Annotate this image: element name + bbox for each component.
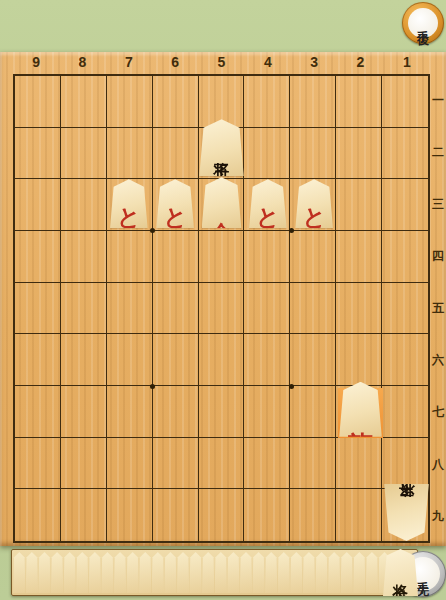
tray-piece-label: 歩兵 xyxy=(152,592,163,593)
board-square[interactable] xyxy=(61,76,107,128)
rank-label: 二 xyxy=(430,126,446,178)
rank-label: 一 xyxy=(430,74,446,126)
tray-piece[interactable]: 香車 xyxy=(202,552,215,593)
tray-piece[interactable]: 歩兵 xyxy=(139,552,152,593)
tray-piece-label: 角行 xyxy=(367,592,378,593)
tray-piece[interactable]: 桂馬 xyxy=(252,552,265,593)
tray-piece[interactable]: 銀将 xyxy=(290,552,303,593)
piece-kanji: 王将 xyxy=(214,145,230,151)
file-label: 2 xyxy=(337,54,383,74)
tray-piece[interactable]: 歩兵 xyxy=(51,552,64,593)
board-square[interactable] xyxy=(61,128,107,180)
piece-kanji: 玉将 xyxy=(399,510,415,516)
board-square[interactable] xyxy=(382,334,428,386)
board-square[interactable] xyxy=(153,128,199,180)
board-square[interactable] xyxy=(107,334,153,386)
board-square[interactable] xyxy=(336,283,382,335)
piece-kanji: と xyxy=(256,190,279,218)
tray-piece-label: 銀将 xyxy=(291,592,302,593)
board-square[interactable] xyxy=(199,283,245,335)
board-square[interactable] xyxy=(244,489,290,541)
piece-3三[interactable]: と xyxy=(295,179,333,228)
rank-label: 八 xyxy=(430,439,446,491)
board-square[interactable] xyxy=(244,334,290,386)
board-square[interactable] xyxy=(15,76,61,128)
tray-piece-label: 香車 xyxy=(228,592,239,593)
piece-kanji: 龍 xyxy=(347,408,374,410)
tray-piece-label: 香車 xyxy=(190,592,201,593)
star-point xyxy=(150,228,155,233)
board-square[interactable] xyxy=(199,231,245,283)
tray-piece[interactable]: 歩兵 xyxy=(177,552,190,593)
rank-label: 九 xyxy=(430,491,446,543)
tray-piece[interactable]: 金将 xyxy=(353,552,366,593)
tray-piece-label: 歩兵 xyxy=(39,592,50,593)
tray-piece[interactable]: 歩兵 xyxy=(101,552,114,593)
board-square[interactable] xyxy=(290,283,336,335)
piece-tray[interactable]: 歩兵歩兵歩兵歩兵歩兵歩兵歩兵歩兵歩兵歩兵歩兵歩兵歩兵歩兵香車香車香車香車桂馬桂馬… xyxy=(11,549,418,596)
board-square[interactable] xyxy=(382,231,428,283)
board-square[interactable] xyxy=(290,386,336,438)
tray-piece-label: 金将 xyxy=(329,592,340,593)
board-square[interactable] xyxy=(290,489,336,541)
piece-2七[interactable]: 龍 xyxy=(339,382,382,437)
board-square[interactable] xyxy=(107,231,153,283)
file-label: 4 xyxy=(245,54,291,74)
board-square[interactable] xyxy=(382,283,428,335)
board-square[interactable] xyxy=(153,283,199,335)
board-square[interactable] xyxy=(382,386,428,438)
file-label: 9 xyxy=(13,54,59,74)
tray-piece-label: 歩兵 xyxy=(52,592,63,593)
piece-5三[interactable]: 全 xyxy=(202,177,242,228)
rank-label: 五 xyxy=(430,282,446,334)
board-square[interactable] xyxy=(61,231,107,283)
board-square[interactable] xyxy=(107,283,153,335)
tray-piece-label: 歩兵 xyxy=(64,592,75,593)
board-square[interactable] xyxy=(290,76,336,128)
board-square[interactable] xyxy=(107,438,153,490)
board-square[interactable] xyxy=(15,489,61,541)
tray-piece[interactable]: 桂馬 xyxy=(277,552,290,593)
tray-piece[interactable]: 歩兵 xyxy=(89,552,102,593)
board-square[interactable] xyxy=(336,76,382,128)
piece-kanji: と xyxy=(303,190,326,218)
tray-piece[interactable]: 歩兵 xyxy=(114,552,127,593)
piece-kanji: と xyxy=(164,190,187,218)
board-square[interactable] xyxy=(336,438,382,490)
tray-piece-label: 金将 xyxy=(354,592,365,593)
board-square[interactable] xyxy=(107,128,153,180)
tray-piece[interactable]: 歩兵 xyxy=(152,552,165,593)
board-square[interactable] xyxy=(15,179,61,231)
tray-piece[interactable]: 香車 xyxy=(227,552,240,593)
board-square[interactable] xyxy=(382,128,428,180)
board-square[interactable] xyxy=(290,231,336,283)
tray-piece[interactable]: 香車 xyxy=(189,552,202,593)
tray-piece-label: 歩兵 xyxy=(115,592,126,593)
board-square[interactable] xyxy=(290,438,336,490)
board-square[interactable] xyxy=(382,438,428,490)
board-square[interactable] xyxy=(199,489,245,541)
board-square[interactable] xyxy=(290,334,336,386)
tray-piece-label: 歩兵 xyxy=(140,592,151,593)
board-square[interactable] xyxy=(244,76,290,128)
board-square[interactable] xyxy=(199,386,245,438)
tray-piece-label: 歩兵 xyxy=(127,592,138,593)
piece-6三[interactable]: と xyxy=(156,179,194,228)
tray-piece-label: 金将 xyxy=(393,571,408,575)
board-square[interactable] xyxy=(244,283,290,335)
piece-kanji: 全 xyxy=(211,202,233,204)
tray-piece[interactable]: 銀将 xyxy=(303,552,316,593)
board-square[interactable] xyxy=(336,179,382,231)
board-square[interactable] xyxy=(382,76,428,128)
board-square[interactable] xyxy=(15,231,61,283)
tray-piece-label: 香車 xyxy=(215,592,226,593)
board-square[interactable] xyxy=(336,334,382,386)
board-square[interactable] xyxy=(15,334,61,386)
board-square[interactable] xyxy=(15,128,61,180)
board-square[interactable] xyxy=(107,386,153,438)
board-square[interactable] xyxy=(244,386,290,438)
tray-piece[interactable]: 金将 xyxy=(328,552,341,593)
file-label: 5 xyxy=(198,54,244,74)
board-square[interactable] xyxy=(107,76,153,128)
board-square[interactable] xyxy=(61,179,107,231)
file-label: 7 xyxy=(106,54,152,74)
board-square[interactable] xyxy=(290,128,336,180)
piece-kanji: と xyxy=(117,190,140,218)
star-point xyxy=(289,384,294,389)
tray-piece-label: 歩兵 xyxy=(102,592,113,593)
tray-piece-label: 桂馬 xyxy=(253,592,264,593)
board-square[interactable] xyxy=(153,438,199,490)
piece-4三[interactable]: と xyxy=(249,179,287,228)
tray-piece-label: 歩兵 xyxy=(77,592,88,593)
tray-piece[interactable]: 歩兵 xyxy=(164,552,177,593)
tray-piece-label: 歩兵 xyxy=(90,592,101,593)
board-square[interactable] xyxy=(61,438,107,490)
file-label: 1 xyxy=(384,54,430,74)
board-square[interactable] xyxy=(336,489,382,541)
board-square[interactable] xyxy=(61,283,107,335)
piece-1九[interactable]: 玉将 xyxy=(384,484,429,541)
tray-piece[interactable]: 歩兵 xyxy=(38,552,51,593)
rank-labels: 一二三四五六七八九 xyxy=(430,74,446,543)
file-label: 3 xyxy=(291,54,337,74)
tray-piece[interactable]: 銀将 xyxy=(315,552,328,593)
board-square[interactable] xyxy=(244,438,290,490)
board-square[interactable] xyxy=(153,334,199,386)
tray-piece-label: 歩兵 xyxy=(178,592,189,593)
tray-piece[interactable]: 歩兵 xyxy=(76,552,89,593)
file-label: 8 xyxy=(59,54,105,74)
board-square[interactable] xyxy=(153,386,199,438)
board-square[interactable] xyxy=(199,334,245,386)
star-point xyxy=(289,228,294,233)
tray-piece[interactable]: 金将 xyxy=(340,552,353,593)
gote-badge: 後手 xyxy=(402,2,444,44)
board-square[interactable] xyxy=(336,231,382,283)
board-square[interactable] xyxy=(153,76,199,128)
board-square[interactable] xyxy=(61,386,107,438)
tray-piece-label: 銀将 xyxy=(316,592,327,593)
tray-piece-label: 歩兵 xyxy=(27,592,38,593)
rank-label: 四 xyxy=(430,230,446,282)
rank-label: 六 xyxy=(430,335,446,387)
tray-piece-label: 桂馬 xyxy=(278,592,289,593)
tray-piece[interactable]: 歩兵 xyxy=(13,552,26,593)
board-square[interactable] xyxy=(15,283,61,335)
board-square[interactable] xyxy=(244,128,290,180)
tray-piece-label: 桂馬 xyxy=(266,592,277,593)
board-square[interactable] xyxy=(15,438,61,490)
rank-label: 七 xyxy=(430,387,446,439)
tray-piece-label: 金将 xyxy=(341,592,352,593)
star-point xyxy=(150,384,155,389)
board-square[interactable] xyxy=(382,179,428,231)
piece-7三[interactable]: と xyxy=(110,179,148,228)
file-label: 6 xyxy=(152,54,198,74)
board-square[interactable] xyxy=(199,438,245,490)
tray-piece-label: 歩兵 xyxy=(14,592,25,593)
gote-badge-face: 後手 xyxy=(408,8,438,38)
board-square[interactable] xyxy=(61,489,107,541)
tray-piece[interactable]: 桂馬 xyxy=(240,552,253,593)
rank-label: 三 xyxy=(430,178,446,230)
tray-piece[interactable]: 香車 xyxy=(215,552,228,593)
board-square[interactable] xyxy=(15,386,61,438)
board-square[interactable] xyxy=(244,231,290,283)
tray-piece-label: 銀将 xyxy=(304,592,315,593)
piece-5二[interactable]: 王将 xyxy=(199,119,244,176)
tray-piece[interactable]: 桂馬 xyxy=(265,552,278,593)
board-square[interactable] xyxy=(107,489,153,541)
tray-piece[interactable]: 角行 xyxy=(366,552,379,593)
board-square[interactable] xyxy=(61,334,107,386)
board-square[interactable] xyxy=(153,489,199,541)
tray-piece-label: 歩兵 xyxy=(165,592,176,593)
file-labels: 987654321 xyxy=(13,54,430,74)
board-square[interactable] xyxy=(153,231,199,283)
tray-piece[interactable]: 歩兵 xyxy=(126,552,139,593)
tray-piece[interactable]: 歩兵 xyxy=(63,552,76,593)
tray-piece-label: 桂馬 xyxy=(241,592,252,593)
tray-piece[interactable]: 歩兵 xyxy=(26,552,39,593)
tray-piece-gold-large[interactable]: 金将 xyxy=(383,549,418,596)
tray-piece-label: 香車 xyxy=(203,592,214,593)
board-square[interactable] xyxy=(336,128,382,180)
